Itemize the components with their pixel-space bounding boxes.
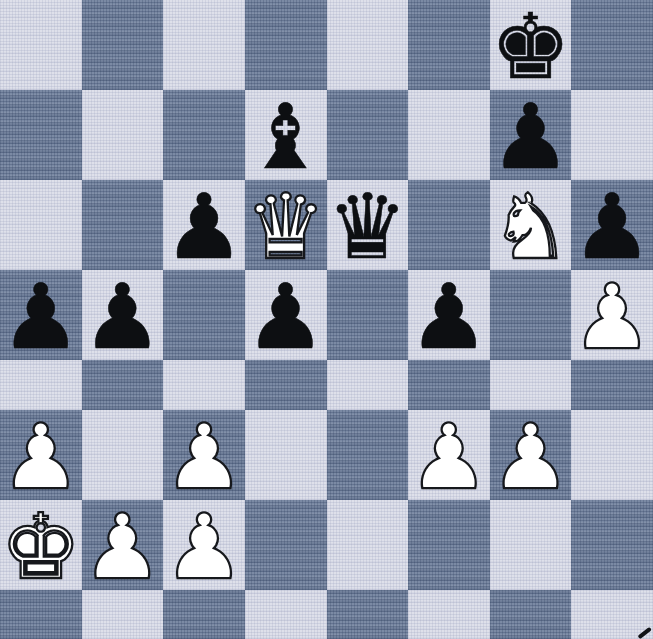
square-a2[interactable]: ♚ — [0, 500, 82, 590]
piece-black-king[interactable]: ♚ — [490, 2, 571, 92]
square-a3[interactable]: ♟ — [0, 410, 82, 500]
piece-white-queen[interactable]: ♛ — [245, 182, 326, 272]
square-a5[interactable]: ♟ — [0, 270, 82, 360]
piece-black-queen[interactable]: ♛ — [327, 182, 408, 272]
square-d6[interactable]: ♛ — [245, 180, 327, 270]
piece-white-knight[interactable]: ♞ — [490, 182, 571, 272]
square-c8[interactable] — [163, 0, 245, 90]
square-f4[interactable] — [408, 360, 490, 410]
chess-board: ♚♝♟♟♛♛♞♟♟♟♟♟♟♟♟♟♟♚♟♟ — [0, 0, 653, 639]
square-f2[interactable] — [408, 500, 490, 590]
piece-black-pawn[interactable]: ♟ — [0, 272, 81, 362]
piece-white-pawn[interactable]: ♟ — [572, 272, 653, 362]
square-g2[interactable] — [490, 500, 572, 590]
square-b1[interactable] — [82, 590, 164, 639]
square-d2[interactable] — [245, 500, 327, 590]
piece-white-pawn[interactable]: ♟ — [0, 412, 81, 502]
square-g7[interactable]: ♟ — [490, 90, 572, 180]
square-d4[interactable] — [245, 360, 327, 410]
square-h3[interactable] — [571, 410, 653, 500]
square-e6[interactable]: ♛ — [327, 180, 409, 270]
square-f5[interactable]: ♟ — [408, 270, 490, 360]
square-c2[interactable]: ♟ — [163, 500, 245, 590]
square-b7[interactable] — [82, 90, 164, 180]
piece-black-pawn[interactable]: ♟ — [164, 182, 245, 272]
square-f7[interactable] — [408, 90, 490, 180]
square-d3[interactable] — [245, 410, 327, 500]
piece-black-pawn[interactable]: ♟ — [572, 182, 653, 272]
piece-black-pawn[interactable]: ♟ — [409, 272, 490, 362]
square-g3[interactable]: ♟ — [490, 410, 572, 500]
square-c4[interactable] — [163, 360, 245, 410]
square-b2[interactable]: ♟ — [82, 500, 164, 590]
square-g5[interactable] — [490, 270, 572, 360]
square-d8[interactable] — [245, 0, 327, 90]
chess-board-area: ♚♝♟♟♛♛♞♟♟♟♟♟♟♟♟♟♟♚♟♟ — [0, 0, 653, 639]
square-c3[interactable]: ♟ — [163, 410, 245, 500]
square-h8[interactable] — [571, 0, 653, 90]
piece-black-pawn[interactable]: ♟ — [245, 272, 326, 362]
square-d5[interactable]: ♟ — [245, 270, 327, 360]
square-c1[interactable] — [163, 590, 245, 639]
square-a6[interactable] — [0, 180, 82, 270]
square-e3[interactable] — [327, 410, 409, 500]
square-e7[interactable] — [327, 90, 409, 180]
square-b5[interactable]: ♟ — [82, 270, 164, 360]
square-d1[interactable] — [245, 590, 327, 639]
square-g1[interactable] — [490, 590, 572, 639]
piece-black-pawn[interactable]: ♟ — [490, 92, 571, 182]
square-c5[interactable] — [163, 270, 245, 360]
square-d7[interactable]: ♝ — [245, 90, 327, 180]
square-b3[interactable] — [82, 410, 164, 500]
square-a4[interactable] — [0, 360, 82, 410]
square-c7[interactable] — [163, 90, 245, 180]
piece-white-king[interactable]: ♚ — [0, 502, 81, 592]
square-e2[interactable] — [327, 500, 409, 590]
piece-black-pawn[interactable]: ♟ — [82, 272, 163, 362]
square-h1[interactable] — [571, 590, 653, 639]
square-a7[interactable] — [0, 90, 82, 180]
square-b4[interactable] — [82, 360, 164, 410]
square-f6[interactable] — [408, 180, 490, 270]
square-h4[interactable] — [571, 360, 653, 410]
square-h7[interactable] — [571, 90, 653, 180]
square-h6[interactable]: ♟ — [571, 180, 653, 270]
piece-white-pawn[interactable]: ♟ — [82, 502, 163, 592]
piece-white-pawn[interactable]: ♟ — [490, 412, 571, 502]
square-g8[interactable]: ♚ — [490, 0, 572, 90]
square-g6[interactable]: ♞ — [490, 180, 572, 270]
square-a8[interactable] — [0, 0, 82, 90]
square-e8[interactable] — [327, 0, 409, 90]
square-e1[interactable] — [327, 590, 409, 639]
square-f8[interactable] — [408, 0, 490, 90]
piece-white-pawn[interactable]: ♟ — [409, 412, 490, 502]
square-c6[interactable]: ♟ — [163, 180, 245, 270]
square-h5[interactable]: ♟ — [571, 270, 653, 360]
square-g4[interactable] — [490, 360, 572, 410]
square-h2[interactable] — [571, 500, 653, 590]
square-f1[interactable] — [408, 590, 490, 639]
square-b8[interactable] — [82, 0, 164, 90]
piece-white-pawn[interactable]: ♟ — [164, 502, 245, 592]
piece-white-pawn[interactable]: ♟ — [164, 412, 245, 502]
square-f3[interactable]: ♟ — [408, 410, 490, 500]
square-a1[interactable] — [0, 590, 82, 639]
square-e5[interactable] — [327, 270, 409, 360]
square-b6[interactable] — [82, 180, 164, 270]
piece-black-bishop[interactable]: ♝ — [245, 92, 326, 182]
square-e4[interactable] — [327, 360, 409, 410]
